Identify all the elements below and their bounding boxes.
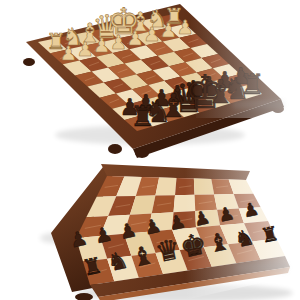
white-pawn-piece: ♟ [76, 38, 93, 61]
watermark-smudge [236, 263, 288, 272]
white-pawn-piece: ♟ [110, 31, 127, 54]
white-pawn-piece: ♟ [160, 19, 177, 42]
scene-svg: ♜♞♝♛♚♝♞♜♟♟♟♟♟♟♟♟♟♟♟♟♟♟♟♟♜♞♝♛♚♝♞♜♟♟♟♟♟♟♟♟… [0, 0, 300, 300]
folded-board: ♟♟♟♟♟♟♟♟♜♞♝♛♚♝♞♜ [40, 160, 296, 300]
white-pawn-piece: ♟ [93, 34, 110, 57]
board-foot [108, 144, 122, 154]
board-foot [23, 58, 35, 66]
white-pawn-piece: ♟ [126, 27, 143, 50]
board-foot [135, 148, 149, 158]
watermark-smudge [232, 100, 284, 109]
white-pawn-piece: ♟ [143, 23, 160, 46]
white-pawn-piece: ♟ [60, 42, 77, 65]
chess-set-product-photo: ♜♞♝♛♚♝♞♜♟♟♟♟♟♟♟♟♟♟♟♟♟♟♟♟♜♞♝♛♚♝♞♜♟♟♟♟♟♟♟♟… [0, 0, 300, 300]
open-board: ♜♞♝♛♚♝♞♜♟♟♟♟♟♟♟♟♟♟♟♟♟♟♟♟♜♞♝♛♚♝♞♜ [23, 0, 288, 158]
board-square [155, 178, 176, 196]
